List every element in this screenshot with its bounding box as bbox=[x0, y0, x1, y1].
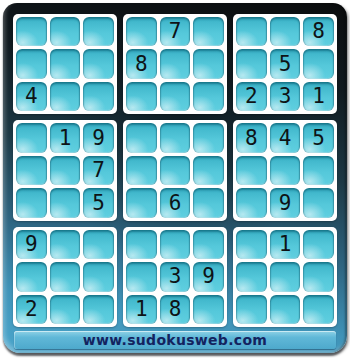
cell-r3c4-empty[interactable] bbox=[126, 82, 157, 111]
cell-r8c2-empty[interactable] bbox=[50, 262, 81, 291]
box-2-1: 1975 bbox=[13, 120, 117, 220]
cell-r1c6-empty[interactable] bbox=[193, 17, 224, 46]
cell-r3c6-empty[interactable] bbox=[193, 82, 224, 111]
cell-r8c6-given[interactable]: 9 bbox=[193, 262, 224, 291]
cell-r7c7-empty[interactable] bbox=[236, 230, 267, 259]
cell-r9c8-empty[interactable] bbox=[270, 295, 301, 324]
cell-r4c3-given[interactable]: 9 bbox=[83, 123, 114, 152]
cell-r8c7-empty[interactable] bbox=[236, 262, 267, 291]
cell-r4c8-given[interactable]: 4 bbox=[270, 123, 301, 152]
cell-r5c5-empty[interactable] bbox=[160, 156, 191, 185]
cell-r6c2-empty[interactable] bbox=[50, 188, 81, 217]
cell-r3c3-empty[interactable] bbox=[83, 82, 114, 111]
cell-r9c4-given[interactable]: 1 bbox=[126, 295, 157, 324]
cell-r4c9-given[interactable]: 5 bbox=[303, 123, 334, 152]
cell-r3c7-given[interactable]: 2 bbox=[236, 82, 267, 111]
cell-r2c5-empty[interactable] bbox=[160, 49, 191, 78]
cell-r1c4-empty[interactable] bbox=[126, 17, 157, 46]
cell-r5c1-empty[interactable] bbox=[16, 156, 47, 185]
cell-r2c8-given[interactable]: 5 bbox=[270, 49, 301, 78]
footer-bar: www.sudokusweb.com bbox=[14, 331, 336, 349]
cell-r2c9-empty[interactable] bbox=[303, 49, 334, 78]
cell-r2c6-empty[interactable] bbox=[193, 49, 224, 78]
box-3-2: 3918 bbox=[123, 227, 227, 327]
box-1-1: 4 bbox=[13, 14, 117, 114]
cell-r5c4-empty[interactable] bbox=[126, 156, 157, 185]
sudoku-page: 478852311975684599239181 www.sudokusweb.… bbox=[0, 0, 350, 360]
cell-r5c7-empty[interactable] bbox=[236, 156, 267, 185]
cell-r7c4-empty[interactable] bbox=[126, 230, 157, 259]
cell-r3c9-given[interactable]: 1 bbox=[303, 82, 334, 111]
cell-r4c1-empty[interactable] bbox=[16, 123, 47, 152]
cell-r3c5-empty[interactable] bbox=[160, 82, 191, 111]
cell-r7c3-empty[interactable] bbox=[83, 230, 114, 259]
cell-r7c1-given[interactable]: 9 bbox=[16, 230, 47, 259]
cell-r7c6-empty[interactable] bbox=[193, 230, 224, 259]
board-frame: 478852311975684599239181 www.sudokusweb.… bbox=[3, 3, 347, 353]
cell-r4c2-given[interactable]: 1 bbox=[50, 123, 81, 152]
cell-r6c6-empty[interactable] bbox=[193, 188, 224, 217]
cell-r9c9-empty[interactable] bbox=[303, 295, 334, 324]
cell-r8c9-empty[interactable] bbox=[303, 262, 334, 291]
cell-r5c8-empty[interactable] bbox=[270, 156, 301, 185]
cell-r8c8-empty[interactable] bbox=[270, 262, 301, 291]
cell-r8c5-given[interactable]: 3 bbox=[160, 262, 191, 291]
cell-r2c2-empty[interactable] bbox=[50, 49, 81, 78]
cell-r3c2-empty[interactable] bbox=[50, 82, 81, 111]
board-inner: 478852311975684599239181 www.sudokusweb.… bbox=[3, 3, 347, 353]
cell-r2c3-empty[interactable] bbox=[83, 49, 114, 78]
cell-r5c9-empty[interactable] bbox=[303, 156, 334, 185]
cell-r6c8-given[interactable]: 9 bbox=[270, 188, 301, 217]
cell-r6c3-given[interactable]: 5 bbox=[83, 188, 114, 217]
cell-r5c6-empty[interactable] bbox=[193, 156, 224, 185]
cell-r9c6-empty[interactable] bbox=[193, 295, 224, 324]
cell-r4c7-given[interactable]: 8 bbox=[236, 123, 267, 152]
cell-r7c9-empty[interactable] bbox=[303, 230, 334, 259]
cell-r8c3-empty[interactable] bbox=[83, 262, 114, 291]
cell-r8c4-empty[interactable] bbox=[126, 262, 157, 291]
cell-r7c2-empty[interactable] bbox=[50, 230, 81, 259]
cell-r1c2-empty[interactable] bbox=[50, 17, 81, 46]
cell-r6c9-empty[interactable] bbox=[303, 188, 334, 217]
cell-r5c3-given[interactable]: 7 bbox=[83, 156, 114, 185]
cell-r1c7-empty[interactable] bbox=[236, 17, 267, 46]
sudoku-board: 478852311975684599239181 bbox=[13, 14, 337, 327]
cell-r4c5-empty[interactable] bbox=[160, 123, 191, 152]
box-2-3: 8459 bbox=[233, 120, 337, 220]
box-3-3: 1 bbox=[233, 227, 337, 327]
cell-r6c4-empty[interactable] bbox=[126, 188, 157, 217]
cell-r7c5-empty[interactable] bbox=[160, 230, 191, 259]
cell-r8c1-empty[interactable] bbox=[16, 262, 47, 291]
cell-r3c8-given[interactable]: 3 bbox=[270, 82, 301, 111]
cell-r1c1-empty[interactable] bbox=[16, 17, 47, 46]
cell-r4c6-empty[interactable] bbox=[193, 123, 224, 152]
box-2-2: 6 bbox=[123, 120, 227, 220]
cell-r1c8-empty[interactable] bbox=[270, 17, 301, 46]
cell-r2c7-empty[interactable] bbox=[236, 49, 267, 78]
cell-r1c3-empty[interactable] bbox=[83, 17, 114, 46]
cell-r1c9-given[interactable]: 8 bbox=[303, 17, 334, 46]
cell-r9c5-given[interactable]: 8 bbox=[160, 295, 191, 324]
box-1-3: 85231 bbox=[233, 14, 337, 114]
cell-r5c2-empty[interactable] bbox=[50, 156, 81, 185]
box-1-2: 78 bbox=[123, 14, 227, 114]
cell-r9c7-empty[interactable] bbox=[236, 295, 267, 324]
cell-r9c2-empty[interactable] bbox=[50, 295, 81, 324]
cell-r9c3-empty[interactable] bbox=[83, 295, 114, 324]
cell-r3c1-given[interactable]: 4 bbox=[16, 82, 47, 111]
cell-r6c5-given[interactable]: 6 bbox=[160, 188, 191, 217]
cell-r1c5-given[interactable]: 7 bbox=[160, 17, 191, 46]
cell-r6c7-empty[interactable] bbox=[236, 188, 267, 217]
cell-r6c1-empty[interactable] bbox=[16, 188, 47, 217]
cell-r9c1-given[interactable]: 2 bbox=[16, 295, 47, 324]
cell-r2c1-empty[interactable] bbox=[16, 49, 47, 78]
cell-r4c4-empty[interactable] bbox=[126, 123, 157, 152]
cell-r7c8-given[interactable]: 1 bbox=[270, 230, 301, 259]
cell-r2c4-given[interactable]: 8 bbox=[126, 49, 157, 78]
box-3-1: 92 bbox=[13, 227, 117, 327]
site-url-link[interactable]: www.sudokusweb.com bbox=[83, 332, 267, 348]
